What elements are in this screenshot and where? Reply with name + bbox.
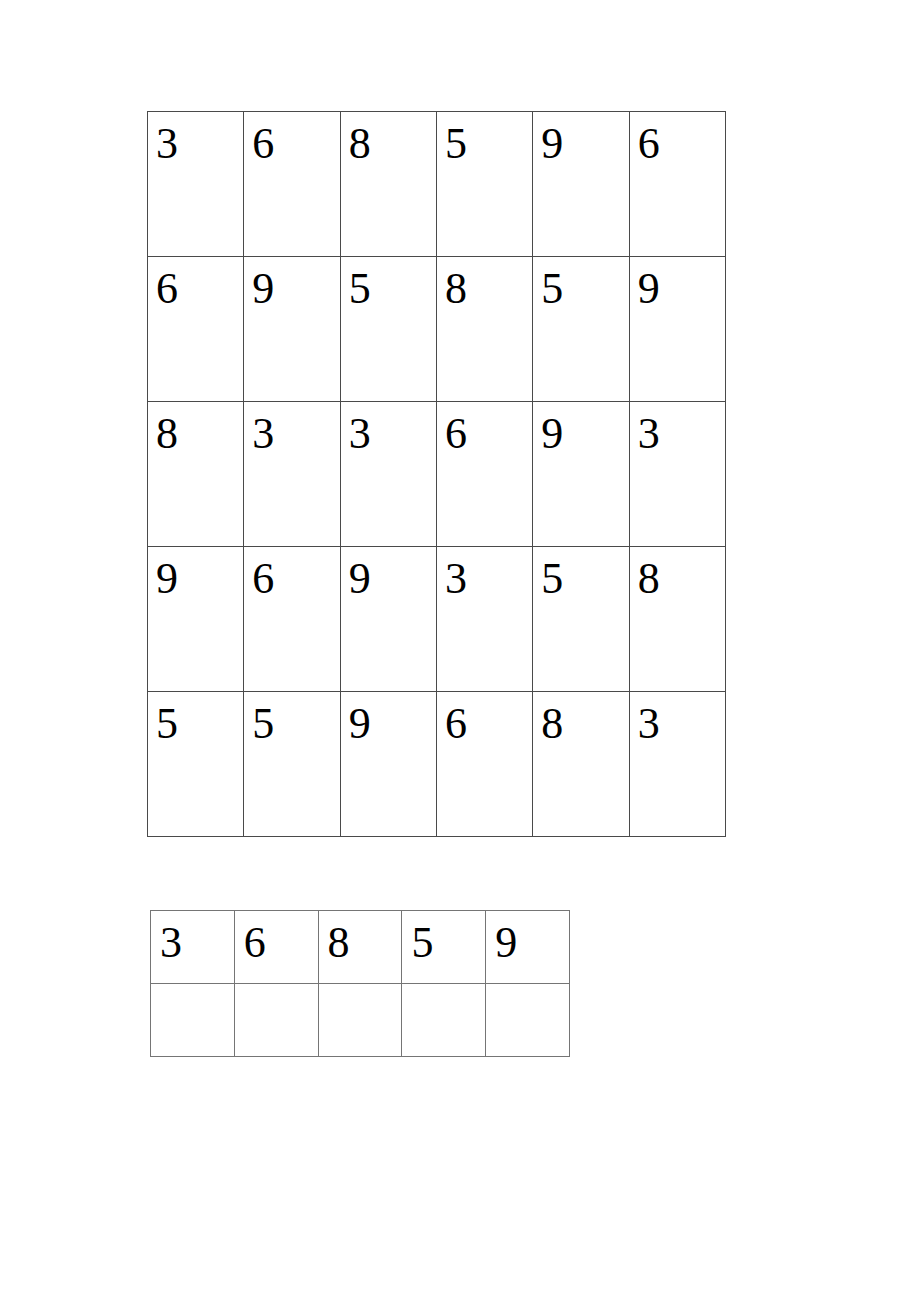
grid-cell-r2c3: 5 (341, 257, 437, 402)
grid-cell-r1c6: 6 (630, 112, 726, 257)
tally-header-cell-4: 5 (402, 911, 486, 984)
grid-cell-r1c5: 9 (533, 112, 629, 257)
grid-cell-r2c4: 8 (437, 257, 533, 402)
grid-cell-r3c1: 8 (148, 402, 244, 547)
grid-cell-r1c4: 5 (437, 112, 533, 257)
grid-cell-r1c1: 3 (148, 112, 244, 257)
tally-answer-cell-1[interactable] (151, 984, 235, 1057)
grid-cell-r5c6: 3 (630, 692, 726, 837)
grid-cell-r3c3: 3 (341, 402, 437, 547)
grid-cell-r2c2: 9 (244, 257, 340, 402)
grid-cell-r3c5: 9 (533, 402, 629, 547)
grid-cell-r1c3: 8 (341, 112, 437, 257)
grid-cell-r3c2: 3 (244, 402, 340, 547)
grid-cell-r3c4: 6 (437, 402, 533, 547)
grid-cell-r4c5: 5 (533, 547, 629, 692)
grid-cell-r5c4: 6 (437, 692, 533, 837)
grid-cell-r4c6: 8 (630, 547, 726, 692)
grid-cell-r4c1: 9 (148, 547, 244, 692)
grid-cell-r4c3: 9 (341, 547, 437, 692)
tally-header-cell-2: 6 (235, 911, 319, 984)
grid-cell-r4c2: 6 (244, 547, 340, 692)
tally-answer-cell-5[interactable] (486, 984, 570, 1057)
grid-cell-r2c1: 6 (148, 257, 244, 402)
grid-cell-r2c6: 9 (630, 257, 726, 402)
tally-header-cell-5: 9 (486, 911, 570, 984)
grid-cell-r5c5: 8 (533, 692, 629, 837)
worksheet-page: 3 6 8 5 9 6 6 9 5 8 5 9 8 3 3 6 9 3 9 6 … (0, 0, 920, 1302)
grid-cell-r5c3: 9 (341, 692, 437, 837)
tally-answer-cell-2[interactable] (235, 984, 319, 1057)
grid-cell-r1c2: 6 (244, 112, 340, 257)
number-grid: 3 6 8 5 9 6 6 9 5 8 5 9 8 3 3 6 9 3 9 6 … (147, 111, 726, 837)
tally-answer-cell-4[interactable] (402, 984, 486, 1057)
tally-header-cell-3: 8 (319, 911, 403, 984)
grid-cell-r2c5: 5 (533, 257, 629, 402)
tally-answer-table: 3 6 8 5 9 (150, 910, 570, 1057)
tally-answer-cell-3[interactable] (319, 984, 403, 1057)
grid-cell-r5c1: 5 (148, 692, 244, 837)
grid-cell-r3c6: 3 (630, 402, 726, 547)
grid-cell-r4c4: 3 (437, 547, 533, 692)
grid-cell-r5c2: 5 (244, 692, 340, 837)
tally-header-cell-1: 3 (151, 911, 235, 984)
